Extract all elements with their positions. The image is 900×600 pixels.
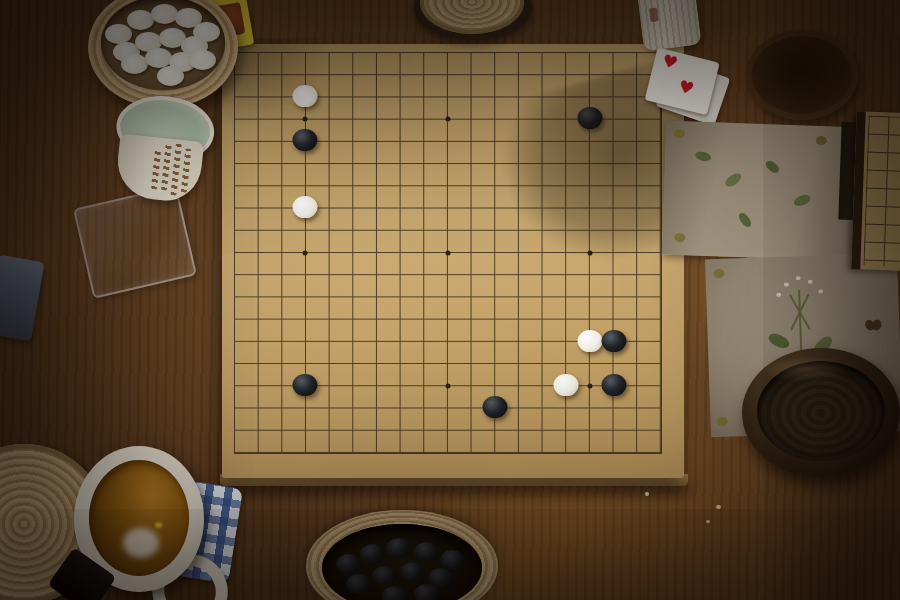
- leaf-art: [737, 211, 752, 229]
- star-point: [445, 250, 450, 255]
- spare-white-stone[interactable]: [127, 10, 154, 30]
- calligraphy-mark: [151, 149, 161, 189]
- spare-black-stone[interactable]: [400, 562, 425, 582]
- white-can: [636, 0, 701, 51]
- star-point: [303, 250, 308, 255]
- flower: [776, 293, 781, 297]
- white-stone[interactable]: [577, 330, 602, 352]
- white-stone[interactable]: [293, 196, 318, 218]
- rim-highlight: [760, 356, 850, 382]
- flower: [818, 289, 823, 293]
- wooden-saucer: [746, 30, 858, 120]
- black-stone[interactable]: [293, 129, 318, 151]
- spare-black-stone[interactable]: [382, 586, 407, 600]
- go-board[interactable]: [222, 44, 684, 478]
- wooden-go-bowl[interactable]: [742, 348, 900, 478]
- spare-black-stone[interactable]: [360, 544, 385, 564]
- gold-dot: [816, 136, 827, 145]
- gold-dot: [674, 233, 685, 242]
- gold-dot: [674, 129, 685, 138]
- crumb: [706, 520, 710, 523]
- spare-black-stone[interactable]: [414, 542, 439, 562]
- board-grid[interactable]: [234, 52, 662, 454]
- heart-pip: ♥: [677, 78, 696, 98]
- spare-white-stone[interactable]: [151, 4, 178, 24]
- flower: [796, 276, 801, 280]
- leaf-art: [694, 149, 712, 163]
- calligraphy-mark: [170, 143, 181, 195]
- leaf-art: [793, 194, 812, 208]
- white-stone[interactable]: [554, 374, 579, 396]
- leaf-art: [723, 171, 744, 188]
- butterfly-art: [865, 319, 881, 332]
- spare-white-stone[interactable]: [145, 48, 172, 68]
- spare-black-stone[interactable]: [414, 584, 439, 600]
- black-stone[interactable]: [482, 397, 507, 419]
- black-stone[interactable]: [577, 107, 602, 129]
- leaf-art: [764, 158, 781, 175]
- black-stone[interactable]: [601, 330, 626, 352]
- star-point: [587, 384, 592, 389]
- spare-white-stone[interactable]: [189, 50, 216, 70]
- tea-speck: [155, 522, 162, 528]
- star-point: [445, 116, 450, 121]
- teacup-body: [114, 134, 204, 204]
- spare-black-stone[interactable]: [346, 574, 371, 594]
- can-label-mark: [649, 7, 659, 22]
- spare-black-stone[interactable]: [372, 566, 397, 586]
- leaf-art: [766, 330, 791, 352]
- spare-white-stone[interactable]: [157, 66, 184, 86]
- spare-black-stone[interactable]: [386, 538, 411, 558]
- spare-black-stone[interactable]: [336, 554, 361, 574]
- light-reflection: [123, 528, 159, 558]
- spare-black-stone[interactable]: [440, 550, 465, 570]
- black-stone[interactable]: [293, 374, 318, 396]
- star-point: [303, 116, 308, 121]
- tea-surface: [89, 460, 189, 576]
- flower: [784, 282, 789, 286]
- crumb: [645, 492, 649, 496]
- spare-white-stone[interactable]: [121, 54, 148, 74]
- second-board-grid: [863, 116, 900, 267]
- calligraphy-mark: [161, 144, 172, 190]
- crumb: [716, 505, 721, 509]
- gold-dot: [716, 417, 727, 426]
- white-stone[interactable]: [293, 85, 318, 107]
- spare-white-stone[interactable]: [105, 24, 132, 44]
- gold-dot: [713, 269, 724, 278]
- botanical-mat-top: [662, 121, 863, 262]
- star-point: [587, 250, 592, 255]
- second-go-board: [851, 111, 900, 271]
- black-stone[interactable]: [601, 374, 626, 396]
- star-point: [445, 384, 450, 389]
- white-stone-bowl-interior: [101, 0, 225, 90]
- plant-stem: [798, 290, 802, 356]
- heart-pip: ♥: [661, 52, 680, 72]
- black-stone-basket-interior: [322, 524, 482, 600]
- calligraphy-mark: [181, 148, 192, 192]
- kanji-teacup: [109, 91, 216, 210]
- flower: [808, 280, 813, 284]
